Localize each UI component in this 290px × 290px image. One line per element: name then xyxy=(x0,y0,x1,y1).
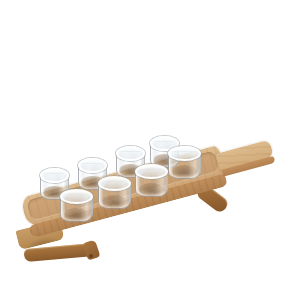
glass-rim xyxy=(135,164,168,179)
shot-glass-front-1 xyxy=(60,189,93,222)
shot-glass-front-3 xyxy=(135,164,168,197)
glasses-layer xyxy=(0,0,290,290)
product-photo-canvas xyxy=(0,0,290,290)
glass-rim xyxy=(40,168,69,183)
shot-glass-front-2 xyxy=(98,176,131,209)
glass-rim xyxy=(168,146,201,161)
glass-rim xyxy=(98,176,131,191)
shot-glass-front-4 xyxy=(168,146,201,179)
glass-rim xyxy=(78,158,107,173)
glass-rim xyxy=(116,146,145,161)
glass-rim xyxy=(60,189,93,204)
